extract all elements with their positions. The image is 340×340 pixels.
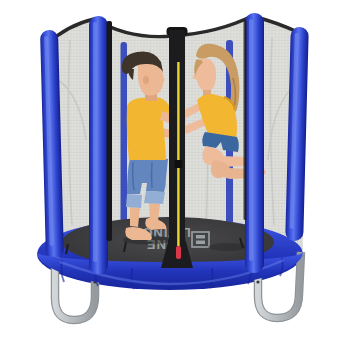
pole-highlight bbox=[249, 19, 253, 261]
boy-ear bbox=[143, 76, 149, 84]
product-image-trampoline: LIVING ZONE bbox=[0, 0, 340, 340]
pole-highlight bbox=[93, 22, 97, 262]
boy-jean-cuff-back bbox=[144, 191, 165, 204]
front-pole-left bbox=[89, 16, 112, 274]
zipper-pull-red bbox=[176, 246, 181, 259]
zipper-teeth-yellow bbox=[177, 62, 179, 246]
zipper-slider bbox=[175, 160, 183, 168]
net-attachment-strip bbox=[244, 20, 247, 220]
right-leg-bolt bbox=[256, 280, 259, 283]
zipper-strip bbox=[169, 30, 185, 242]
net-attachment-strip bbox=[107, 21, 113, 241]
trampoline-scene: LIVING ZONE bbox=[0, 0, 340, 340]
boy-jean-cuff-front bbox=[126, 194, 142, 208]
front-pole-right bbox=[244, 13, 265, 273]
